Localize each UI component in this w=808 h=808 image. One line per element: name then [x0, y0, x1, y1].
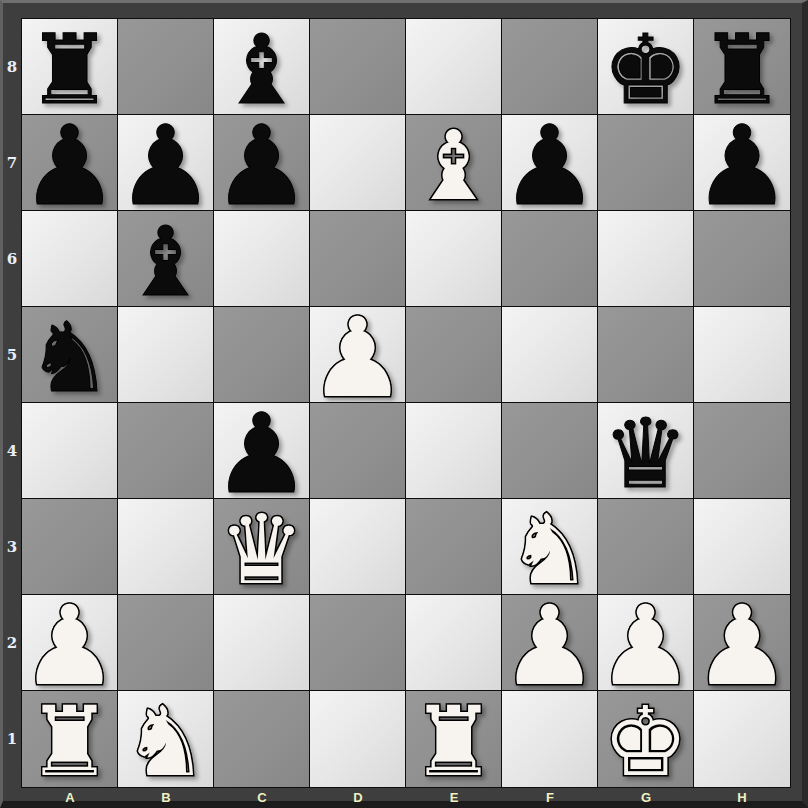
piece-black-pawn[interactable]: ♟ — [116, 111, 215, 221]
square-d1[interactable] — [310, 691, 406, 787]
square-g7[interactable] — [598, 115, 694, 211]
piece-white-king[interactable]: ♚ — [602, 694, 688, 790]
square-a4[interactable] — [22, 403, 118, 499]
square-e7[interactable]: ♝ — [406, 115, 502, 211]
square-a7[interactable]: ♟ — [22, 115, 118, 211]
piece-black-pawn[interactable]: ♟ — [500, 111, 599, 221]
square-d2[interactable] — [310, 595, 406, 691]
piece-black-pawn[interactable]: ♟ — [212, 111, 311, 221]
chess-board: ♜♝♚♜♟♟♟♝♟♟♝♞♟♟♛♛♞♟♟♟♟♜♞♜♚ — [21, 18, 791, 788]
piece-white-pawn[interactable]: ♟ — [20, 591, 119, 701]
rank-label-4: 4 — [3, 442, 21, 460]
square-e1[interactable]: ♜ — [406, 691, 502, 787]
square-g6[interactable] — [598, 211, 694, 307]
piece-white-knight[interactable]: ♞ — [122, 694, 208, 790]
file-label-d: D — [310, 790, 406, 805]
square-a6[interactable] — [22, 211, 118, 307]
square-g2[interactable]: ♟ — [598, 595, 694, 691]
square-c1[interactable] — [214, 691, 310, 787]
file-label-f: F — [502, 790, 598, 805]
file-label-g: G — [598, 790, 694, 805]
square-f7[interactable]: ♟ — [502, 115, 598, 211]
piece-black-king[interactable]: ♚ — [602, 22, 688, 118]
square-b7[interactable]: ♟ — [118, 115, 214, 211]
square-a5[interactable]: ♞ — [22, 307, 118, 403]
piece-black-pawn[interactable]: ♟ — [212, 399, 311, 509]
square-a1[interactable]: ♜ — [22, 691, 118, 787]
board-frame: ♜♝♚♜♟♟♟♝♟♟♝♞♟♟♛♛♞♟♟♟♟♜♞♜♚ 87654321 ABCDE… — [0, 0, 808, 808]
piece-black-bishop[interactable]: ♝ — [122, 214, 208, 310]
square-d3[interactable] — [310, 499, 406, 595]
square-f1[interactable] — [502, 691, 598, 787]
square-d4[interactable] — [310, 403, 406, 499]
square-h2[interactable]: ♟ — [694, 595, 790, 691]
square-h7[interactable]: ♟ — [694, 115, 790, 211]
square-f4[interactable] — [502, 403, 598, 499]
file-label-e: E — [406, 790, 502, 805]
square-b3[interactable] — [118, 499, 214, 595]
piece-white-queen[interactable]: ♛ — [218, 502, 304, 598]
rank-label-6: 6 — [3, 250, 21, 268]
piece-white-pawn[interactable]: ♟ — [596, 591, 695, 701]
piece-black-pawn[interactable]: ♟ — [20, 111, 119, 221]
square-e4[interactable] — [406, 403, 502, 499]
square-c2[interactable] — [214, 595, 310, 691]
square-e2[interactable] — [406, 595, 502, 691]
piece-white-pawn[interactable]: ♟ — [500, 591, 599, 701]
square-b5[interactable] — [118, 307, 214, 403]
square-b2[interactable] — [118, 595, 214, 691]
square-a2[interactable]: ♟ — [22, 595, 118, 691]
square-b4[interactable] — [118, 403, 214, 499]
square-c6[interactable] — [214, 211, 310, 307]
rank-label-7: 7 — [3, 154, 21, 172]
square-b1[interactable]: ♞ — [118, 691, 214, 787]
rank-label-5: 5 — [3, 346, 21, 364]
square-h4[interactable] — [694, 403, 790, 499]
square-h6[interactable] — [694, 211, 790, 307]
rank-label-1: 1 — [3, 730, 21, 748]
square-h1[interactable] — [694, 691, 790, 787]
file-label-a: A — [22, 790, 118, 805]
square-d8[interactable] — [310, 19, 406, 115]
square-c3[interactable]: ♛ — [214, 499, 310, 595]
square-h5[interactable] — [694, 307, 790, 403]
square-e8[interactable] — [406, 19, 502, 115]
piece-white-rook[interactable]: ♜ — [26, 694, 112, 790]
square-d7[interactable] — [310, 115, 406, 211]
piece-black-pawn[interactable]: ♟ — [693, 111, 792, 221]
rank-label-8: 8 — [3, 58, 21, 76]
square-f5[interactable] — [502, 307, 598, 403]
piece-black-knight[interactable]: ♞ — [26, 310, 112, 406]
square-c4[interactable]: ♟ — [214, 403, 310, 499]
file-label-h: H — [694, 790, 790, 805]
square-c7[interactable]: ♟ — [214, 115, 310, 211]
file-label-c: C — [214, 790, 310, 805]
square-e5[interactable] — [406, 307, 502, 403]
rank-label-3: 3 — [3, 538, 21, 556]
square-e6[interactable] — [406, 211, 502, 307]
piece-white-rook[interactable]: ♜ — [410, 694, 496, 790]
file-label-b: B — [118, 790, 214, 805]
square-b6[interactable]: ♝ — [118, 211, 214, 307]
rank-label-2: 2 — [3, 634, 21, 652]
piece-black-queen[interactable]: ♛ — [602, 406, 688, 502]
piece-white-pawn[interactable]: ♟ — [693, 591, 792, 701]
square-d5[interactable]: ♟ — [310, 307, 406, 403]
square-f2[interactable]: ♟ — [502, 595, 598, 691]
square-g4[interactable]: ♛ — [598, 403, 694, 499]
piece-white-pawn[interactable]: ♟ — [308, 303, 407, 413]
square-e3[interactable] — [406, 499, 502, 595]
square-g1[interactable]: ♚ — [598, 691, 694, 787]
square-f6[interactable] — [502, 211, 598, 307]
square-g8[interactable]: ♚ — [598, 19, 694, 115]
piece-white-bishop[interactable]: ♝ — [410, 118, 496, 214]
square-g5[interactable] — [598, 307, 694, 403]
